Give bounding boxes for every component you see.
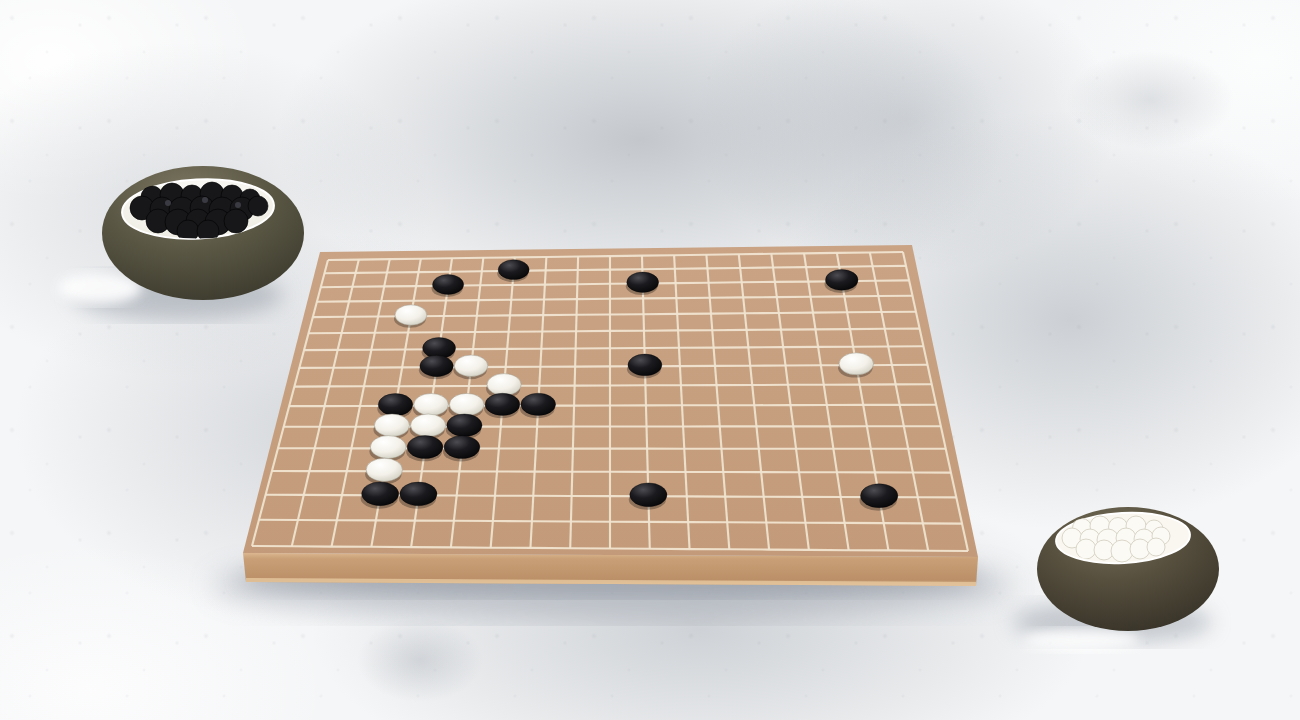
bowl-black-stone — [248, 196, 268, 216]
black-stone — [420, 355, 453, 376]
black-stone — [433, 275, 464, 295]
white-paper-glint-right — [1024, 629, 1140, 651]
black-stone — [825, 270, 858, 291]
stone-glint — [202, 197, 208, 203]
white-stone — [374, 414, 409, 436]
white-stone — [411, 414, 446, 436]
black-stone-bowl — [58, 166, 304, 319]
white-stone — [839, 353, 873, 375]
black-stone — [498, 260, 529, 280]
white-stone-bowl — [1012, 507, 1219, 651]
black-stone — [860, 484, 897, 508]
black-stone — [400, 482, 437, 506]
white-stone-pile — [1062, 516, 1170, 562]
white-stone — [366, 458, 402, 481]
bowl-black-stone — [224, 209, 248, 233]
black-stone — [362, 482, 399, 506]
bowl-white-stone — [1076, 539, 1096, 559]
bowl-white-stone — [1147, 538, 1165, 556]
black-stone — [627, 272, 659, 292]
black-stone — [628, 354, 662, 376]
stone-glint — [165, 200, 171, 206]
white-stone — [487, 374, 521, 396]
white-stone — [370, 436, 406, 459]
stone-glint — [235, 202, 241, 208]
white-stone — [414, 393, 449, 415]
black-stone — [447, 414, 482, 437]
white-stone — [395, 305, 427, 325]
black-stone — [521, 393, 556, 415]
black-stone — [378, 394, 412, 416]
go-board — [243, 245, 978, 586]
black-stone — [485, 393, 520, 415]
black-stone — [407, 436, 443, 459]
go-board-illustration — [0, 0, 1300, 720]
black-stone — [630, 483, 667, 507]
white-stone — [454, 355, 488, 376]
white-stone — [449, 393, 484, 415]
black-stone — [444, 436, 480, 459]
go-scene — [0, 0, 1300, 720]
